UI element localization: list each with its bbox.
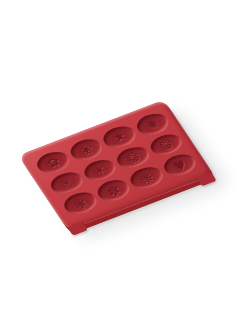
bundt-round-icon: ❂ — [157, 137, 176, 153]
cavity-chrysanthemum: ✽ — [93, 176, 134, 204]
fluted-flower-icon: ❀ — [77, 142, 96, 158]
product-photo-scene: ✿ ❀ ★ ✺ ✳ ✶ ❂ ❂ ❃ ✽ ❋ ♥ — [0, 0, 240, 329]
cavity-heart: ♥ — [159, 151, 200, 179]
fluted-flower-icon: ✿ — [44, 154, 63, 170]
rose-swirl-icon: ❃ — [71, 195, 90, 211]
tray-foot-right — [196, 172, 216, 186]
tray-foot-left — [67, 222, 87, 236]
heart-icon: ♥ — [170, 157, 189, 173]
bundt-round-icon: ❂ — [124, 150, 143, 166]
star-icon: ★ — [110, 129, 129, 145]
scalloped-flower-icon: ❋ — [137, 170, 156, 186]
cavity-grid: ✿ ❀ ★ ✺ ✳ ✶ ❂ ❂ ❃ ✽ ❋ ♥ — [33, 110, 201, 218]
chrysanthemum-icon: ✽ — [104, 183, 123, 199]
cavity-rose-swirl: ❃ — [60, 189, 101, 217]
scallop-shell-icon: ✳ — [57, 175, 76, 191]
baking-mold-tray: ✿ ❀ ★ ✺ ✳ ✶ ❂ ❂ ❃ ✽ ❋ ♥ — [18, 100, 213, 231]
maple-leaf-icon: ✶ — [90, 162, 109, 178]
cavity-scalloped-flower: ❋ — [126, 164, 167, 192]
fluted-cup-icon: ✺ — [143, 116, 162, 132]
